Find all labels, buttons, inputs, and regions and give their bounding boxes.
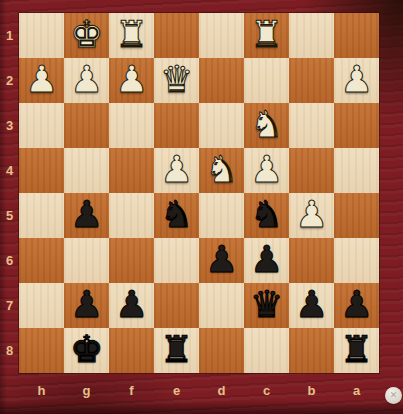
square-g5[interactable]: ♟ (64, 193, 109, 238)
square-h4[interactable] (19, 148, 64, 193)
rank-labels: 12345678 (0, 13, 19, 373)
square-d7[interactable] (199, 283, 244, 328)
square-c7[interactable]: ♛ (244, 283, 289, 328)
square-b1[interactable] (289, 13, 334, 58)
square-d4[interactable]: ♞ (199, 148, 244, 193)
file-label-e: e (154, 373, 199, 407)
white-pawn[interactable]: ♟ (70, 61, 103, 98)
square-e4[interactable]: ♟ (154, 148, 199, 193)
square-c5[interactable]: ♞ (244, 193, 289, 238)
square-h5[interactable] (19, 193, 64, 238)
white-pawn[interactable]: ♟ (295, 196, 328, 233)
square-b2[interactable] (289, 58, 334, 103)
square-h7[interactable] (19, 283, 64, 328)
file-label-h: h (19, 373, 64, 407)
square-b5[interactable]: ♟ (289, 193, 334, 238)
white-knight[interactable]: ♞ (250, 106, 283, 143)
black-knight[interactable]: ♞ (160, 196, 193, 233)
square-f8[interactable] (109, 328, 154, 373)
square-e6[interactable] (154, 238, 199, 283)
square-e1[interactable] (154, 13, 199, 58)
square-h2[interactable]: ♟ (19, 58, 64, 103)
file-label-d: d (199, 373, 244, 407)
black-king[interactable]: ♚ (70, 331, 103, 368)
white-pawn[interactable]: ♟ (25, 61, 58, 98)
rank-label-3: 3 (0, 103, 19, 148)
square-d2[interactable] (199, 58, 244, 103)
square-h3[interactable] (19, 103, 64, 148)
square-h1[interactable] (19, 13, 64, 58)
white-pawn[interactable]: ♟ (340, 61, 373, 98)
rank-label-6: 6 (0, 238, 19, 283)
white-rook[interactable]: ♜ (250, 16, 283, 53)
black-pawn[interactable]: ♟ (70, 286, 103, 323)
square-g1[interactable]: ♚ (64, 13, 109, 58)
square-a4[interactable] (334, 148, 379, 193)
square-f4[interactable] (109, 148, 154, 193)
white-queen[interactable]: ♛ (160, 61, 193, 98)
square-c6[interactable]: ♟ (244, 238, 289, 283)
square-h8[interactable] (19, 328, 64, 373)
square-a2[interactable]: ♟ (334, 58, 379, 103)
chess-board-frame: ♚♜♜♟♟♟♛♟♞♟♞♟♟♞♞♟♟♟♟♟♛♟♟♚♜♜ 12345678 hgfe… (0, 0, 403, 414)
file-labels: hgfedcba (19, 373, 379, 407)
file-label-g: g (64, 373, 109, 407)
chess-board: ♚♜♜♟♟♟♛♟♞♟♞♟♟♞♞♟♟♟♟♟♛♟♟♚♜♜ (19, 13, 379, 373)
black-rook[interactable]: ♜ (160, 331, 193, 368)
file-label-f: f (109, 373, 154, 407)
square-g6[interactable] (64, 238, 109, 283)
square-e5[interactable]: ♞ (154, 193, 199, 238)
file-label-b: b (289, 373, 334, 407)
rank-label-2: 2 (0, 58, 19, 103)
square-f7[interactable]: ♟ (109, 283, 154, 328)
file-label-a: a (334, 373, 379, 407)
rank-label-5: 5 (0, 193, 19, 238)
black-pawn[interactable]: ♟ (115, 286, 148, 323)
square-f5[interactable] (109, 193, 154, 238)
rank-label-8: 8 (0, 328, 19, 373)
square-g4[interactable] (64, 148, 109, 193)
square-a8[interactable]: ♜ (334, 328, 379, 373)
square-a7[interactable]: ♟ (334, 283, 379, 328)
square-b7[interactable]: ♟ (289, 283, 334, 328)
white-pawn[interactable]: ♟ (115, 61, 148, 98)
black-rook[interactable]: ♜ (340, 331, 373, 368)
square-f1[interactable]: ♜ (109, 13, 154, 58)
file-label-c: c (244, 373, 289, 407)
square-b6[interactable] (289, 238, 334, 283)
black-knight[interactable]: ♞ (250, 196, 283, 233)
square-d6[interactable]: ♟ (199, 238, 244, 283)
square-e7[interactable] (154, 283, 199, 328)
square-e8[interactable]: ♜ (154, 328, 199, 373)
square-b4[interactable] (289, 148, 334, 193)
black-pawn[interactable]: ♟ (205, 241, 238, 278)
black-pawn[interactable]: ♟ (340, 286, 373, 323)
corner-control-button[interactable]: ✕ (385, 387, 402, 404)
square-c2[interactable] (244, 58, 289, 103)
square-b3[interactable] (289, 103, 334, 148)
black-queen[interactable]: ♛ (250, 286, 283, 323)
square-f3[interactable] (109, 103, 154, 148)
rank-label-7: 7 (0, 283, 19, 328)
rank-label-1: 1 (0, 13, 19, 58)
black-pawn[interactable]: ♟ (70, 196, 103, 233)
square-c1[interactable]: ♜ (244, 13, 289, 58)
square-c3[interactable]: ♞ (244, 103, 289, 148)
square-a5[interactable] (334, 193, 379, 238)
square-a6[interactable] (334, 238, 379, 283)
white-pawn[interactable]: ♟ (250, 151, 283, 188)
square-c8[interactable] (244, 328, 289, 373)
white-king[interactable]: ♚ (70, 16, 103, 53)
close-icon: ✕ (390, 391, 398, 400)
square-f6[interactable] (109, 238, 154, 283)
square-e2[interactable]: ♛ (154, 58, 199, 103)
square-d3[interactable] (199, 103, 244, 148)
square-h6[interactable] (19, 238, 64, 283)
square-d5[interactable] (199, 193, 244, 238)
square-d8[interactable] (199, 328, 244, 373)
square-b8[interactable] (289, 328, 334, 373)
square-g3[interactable] (64, 103, 109, 148)
square-f2[interactable]: ♟ (109, 58, 154, 103)
square-g2[interactable]: ♟ (64, 58, 109, 103)
square-g8[interactable]: ♚ (64, 328, 109, 373)
square-g7[interactable]: ♟ (64, 283, 109, 328)
white-knight[interactable]: ♞ (205, 151, 238, 188)
square-c4[interactable]: ♟ (244, 148, 289, 193)
square-e3[interactable] (154, 103, 199, 148)
square-a1[interactable] (334, 13, 379, 58)
square-a3[interactable] (334, 103, 379, 148)
black-pawn[interactable]: ♟ (295, 286, 328, 323)
rank-label-4: 4 (0, 148, 19, 193)
white-pawn[interactable]: ♟ (160, 151, 193, 188)
square-d1[interactable] (199, 13, 244, 58)
white-rook[interactable]: ♜ (115, 16, 148, 53)
black-pawn[interactable]: ♟ (250, 241, 283, 278)
